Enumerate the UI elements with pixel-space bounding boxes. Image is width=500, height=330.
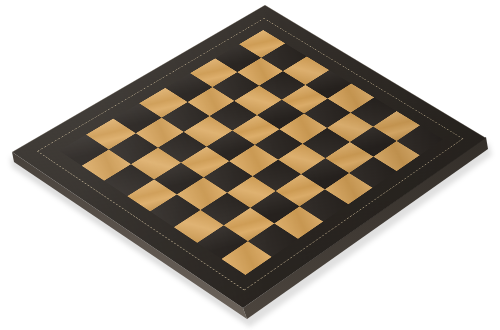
product-photo — [0, 0, 500, 330]
